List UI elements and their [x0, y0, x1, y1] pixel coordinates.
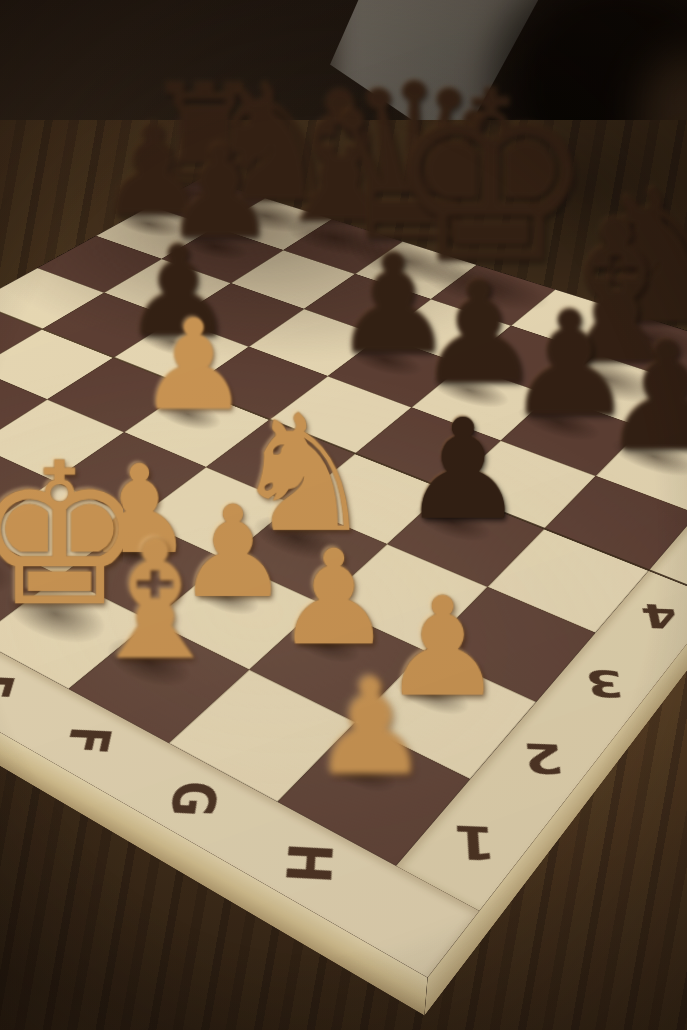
black-pawn-glyph: ♟: [401, 401, 525, 539]
white-pawn-glyph: ♟: [275, 533, 393, 664]
white-pawn-glyph: ♟: [311, 662, 430, 795]
black-pawn-glyph: ♟: [600, 323, 687, 472]
white-bishop-glyph: ♝: [82, 520, 229, 684]
photo-viewport: ABCDEFGH 12345678 ♜♞♝♛♚♞♜♟♟♝♟♟♟♟♟♟♟♞♟♟♟♟…: [0, 0, 687, 1030]
